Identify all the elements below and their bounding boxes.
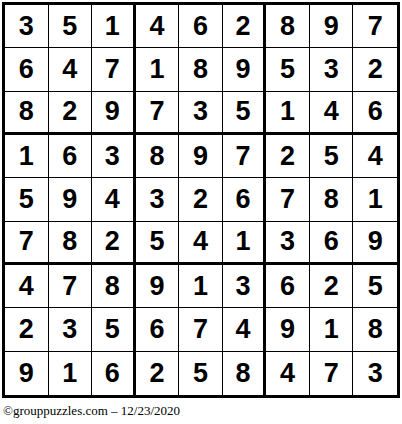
cell-r5c1: 5 bbox=[5, 178, 49, 221]
cell-r1c9: 7 bbox=[353, 5, 397, 48]
cell-r3c2: 2 bbox=[49, 92, 93, 135]
cell-r2c4: 1 bbox=[136, 48, 180, 91]
cell-r4c7: 2 bbox=[266, 135, 310, 178]
cell-r8c9: 8 bbox=[353, 308, 397, 351]
cell-r1c6: 2 bbox=[223, 5, 267, 48]
cell-r4c2: 6 bbox=[49, 135, 93, 178]
cell-r9c9: 3 bbox=[353, 352, 397, 395]
cell-r3c6: 5 bbox=[223, 92, 267, 135]
cell-r3c1: 8 bbox=[5, 92, 49, 135]
cell-r2c3: 7 bbox=[92, 48, 136, 91]
cell-r1c7: 8 bbox=[266, 5, 310, 48]
cell-r5c6: 6 bbox=[223, 178, 267, 221]
cell-r8c5: 7 bbox=[179, 308, 223, 351]
cell-r1c4: 4 bbox=[136, 5, 180, 48]
cell-r8c6: 4 bbox=[223, 308, 267, 351]
cell-r9c4: 2 bbox=[136, 352, 180, 395]
cell-r7c6: 3 bbox=[223, 265, 267, 308]
cell-r8c4: 6 bbox=[136, 308, 180, 351]
cell-r4c8: 5 bbox=[310, 135, 354, 178]
cell-r2c2: 4 bbox=[49, 48, 93, 91]
cell-r2c6: 9 bbox=[223, 48, 267, 91]
cell-r1c2: 5 bbox=[49, 5, 93, 48]
cell-r8c2: 3 bbox=[49, 308, 93, 351]
cell-r7c5: 1 bbox=[179, 265, 223, 308]
cell-r2c9: 2 bbox=[353, 48, 397, 91]
cell-r8c3: 5 bbox=[92, 308, 136, 351]
cell-r6c5: 4 bbox=[179, 222, 223, 265]
cell-r9c6: 8 bbox=[223, 352, 267, 395]
cell-r6c3: 2 bbox=[92, 222, 136, 265]
cell-r6c7: 3 bbox=[266, 222, 310, 265]
cell-r7c7: 6 bbox=[266, 265, 310, 308]
cell-r6c8: 6 bbox=[310, 222, 354, 265]
cell-r1c5: 6 bbox=[179, 5, 223, 48]
cell-r3c9: 6 bbox=[353, 92, 397, 135]
cell-r3c3: 9 bbox=[92, 92, 136, 135]
cell-r5c3: 4 bbox=[92, 178, 136, 221]
copyright-footer: ©grouppuzzles.com – 12/23/2020 bbox=[3, 403, 180, 419]
cell-r6c9: 9 bbox=[353, 222, 397, 265]
cell-r6c6: 1 bbox=[223, 222, 267, 265]
cell-r7c1: 4 bbox=[5, 265, 49, 308]
cell-r3c4: 7 bbox=[136, 92, 180, 135]
cell-r5c2: 9 bbox=[49, 178, 93, 221]
cell-r7c4: 9 bbox=[136, 265, 180, 308]
sudoku-page: 3514628976471895328297351461638972545943… bbox=[0, 0, 402, 424]
cell-r4c9: 4 bbox=[353, 135, 397, 178]
cell-r9c5: 5 bbox=[179, 352, 223, 395]
cell-r9c8: 7 bbox=[310, 352, 354, 395]
cell-r9c7: 4 bbox=[266, 352, 310, 395]
cell-r3c5: 3 bbox=[179, 92, 223, 135]
cell-r4c4: 8 bbox=[136, 135, 180, 178]
cell-r6c4: 5 bbox=[136, 222, 180, 265]
cell-r8c1: 2 bbox=[5, 308, 49, 351]
cell-r1c3: 1 bbox=[92, 5, 136, 48]
cell-r1c1: 3 bbox=[5, 5, 49, 48]
cell-r1c8: 9 bbox=[310, 5, 354, 48]
cell-r7c2: 7 bbox=[49, 265, 93, 308]
cell-r7c3: 8 bbox=[92, 265, 136, 308]
cell-r9c3: 6 bbox=[92, 352, 136, 395]
cell-r8c7: 9 bbox=[266, 308, 310, 351]
cell-r3c8: 4 bbox=[310, 92, 354, 135]
sudoku-board: 3514628976471895328297351461638972545943… bbox=[2, 2, 400, 398]
cell-r4c1: 1 bbox=[5, 135, 49, 178]
cell-r7c8: 2 bbox=[310, 265, 354, 308]
cell-r2c1: 6 bbox=[5, 48, 49, 91]
cell-r4c5: 9 bbox=[179, 135, 223, 178]
cell-r3c7: 1 bbox=[266, 92, 310, 135]
cell-r9c2: 1 bbox=[49, 352, 93, 395]
cell-r5c7: 7 bbox=[266, 178, 310, 221]
cell-r5c9: 1 bbox=[353, 178, 397, 221]
cell-r2c5: 8 bbox=[179, 48, 223, 91]
cell-r2c7: 5 bbox=[266, 48, 310, 91]
cell-r2c8: 3 bbox=[310, 48, 354, 91]
cell-r8c8: 1 bbox=[310, 308, 354, 351]
cell-r6c1: 7 bbox=[5, 222, 49, 265]
cell-r5c8: 8 bbox=[310, 178, 354, 221]
cell-r6c2: 8 bbox=[49, 222, 93, 265]
cell-r9c1: 9 bbox=[5, 352, 49, 395]
cell-r5c4: 3 bbox=[136, 178, 180, 221]
cell-r4c6: 7 bbox=[223, 135, 267, 178]
cell-r7c9: 5 bbox=[353, 265, 397, 308]
cell-r4c3: 3 bbox=[92, 135, 136, 178]
cell-r5c5: 2 bbox=[179, 178, 223, 221]
